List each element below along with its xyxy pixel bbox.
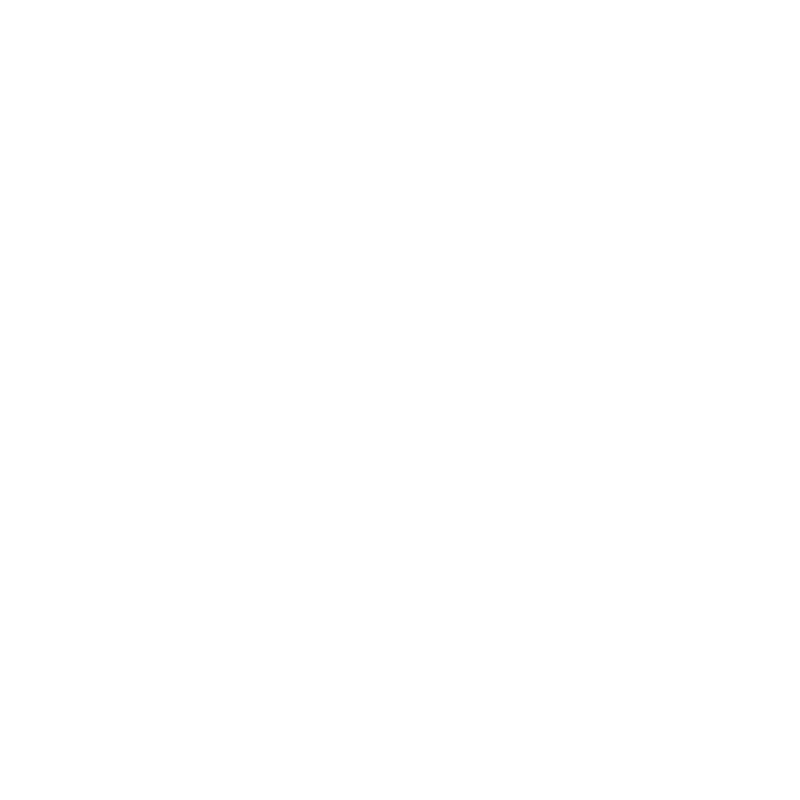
product-photo-stage: [0, 0, 800, 800]
